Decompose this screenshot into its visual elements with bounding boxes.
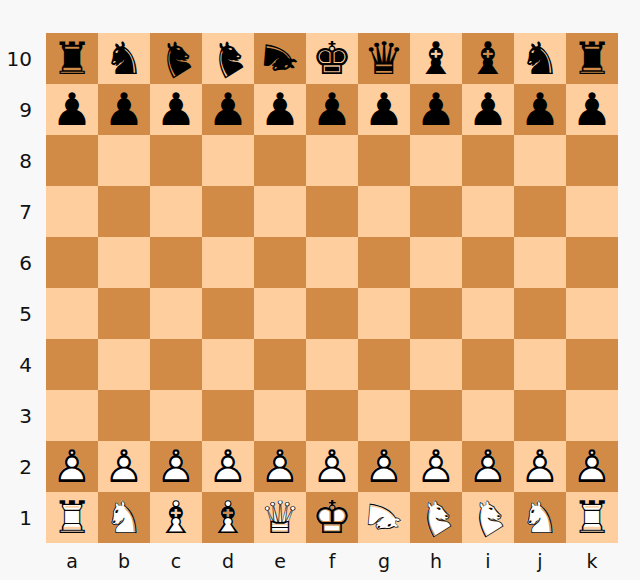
square-f1[interactable]: ♚♔	[306, 492, 358, 543]
square-b2[interactable]: ♟♙	[98, 441, 150, 492]
piece-black-pawn[interactable]: ♟	[46, 84, 98, 135]
file-label-b: b	[98, 546, 150, 576]
piece-black-pawn[interactable]: ♟	[410, 84, 462, 135]
square-e1[interactable]: ♛♕	[254, 492, 306, 543]
square-g7[interactable]	[358, 186, 410, 237]
square-i5[interactable]	[462, 288, 514, 339]
square-a6[interactable]	[46, 237, 98, 288]
square-b10[interactable]: ♞	[98, 33, 150, 84]
square-h8[interactable]	[410, 135, 462, 186]
square-c4[interactable]	[150, 339, 202, 390]
square-k10[interactable]: ♜	[566, 33, 618, 84]
square-f10[interactable]: ♚	[306, 33, 358, 84]
rank-labels: 10987654321	[0, 33, 38, 543]
square-g1[interactable]: ♞♘	[358, 492, 410, 543]
file-label-k: k	[566, 546, 618, 576]
piece-black-rook[interactable]: ♜	[46, 33, 98, 84]
piece-white-pawn[interactable]: ♟♙	[514, 441, 566, 492]
piece-white-pawn[interactable]: ♟♙	[306, 441, 358, 492]
black-pawn-icon: ♟	[150, 84, 202, 135]
white-pawn-outline-icon: ♙	[514, 441, 566, 492]
piece-white-knight[interactable]: ♞♘	[98, 492, 150, 543]
square-a2[interactable]: ♟♙	[46, 441, 98, 492]
black-pawn-icon: ♟	[514, 84, 566, 135]
square-g3[interactable]	[358, 390, 410, 441]
square-f3[interactable]	[306, 390, 358, 441]
piece-black-rook[interactable]: ♜	[566, 33, 618, 84]
piece-black-pawn[interactable]: ♟	[358, 84, 410, 135]
square-e3[interactable]	[254, 390, 306, 441]
piece-white-pawn[interactable]: ♟♙	[98, 441, 150, 492]
white-bishop-outline-icon: ♗	[202, 492, 254, 543]
piece-white-pawn[interactable]: ♟♙	[566, 441, 618, 492]
white-pawn-outline-icon: ♙	[98, 441, 150, 492]
file-label-g: g	[358, 546, 410, 576]
square-k4[interactable]	[566, 339, 618, 390]
white-pawn-outline-icon: ♙	[46, 441, 98, 492]
piece-white-knight[interactable]: ♞♘	[514, 492, 566, 543]
square-k1[interactable]: ♜♖	[566, 492, 618, 543]
square-c6[interactable]	[150, 237, 202, 288]
black-wildebeest-icon: ♞	[252, 30, 307, 86]
piece-black-knight[interactable]: ♞	[514, 33, 566, 84]
white-knight-outline-icon: ♘	[98, 492, 150, 543]
square-h4[interactable]	[410, 339, 462, 390]
piece-black-pawn[interactable]: ♟	[98, 84, 150, 135]
square-a4[interactable]	[46, 339, 98, 390]
piece-black-knight[interactable]: ♞	[98, 33, 150, 84]
square-g5[interactable]	[358, 288, 410, 339]
black-pawn-icon: ♟	[566, 84, 618, 135]
piece-black-pawn[interactable]: ♟	[462, 84, 514, 135]
square-f2[interactable]: ♟♙	[306, 441, 358, 492]
file-label-f: f	[306, 546, 358, 576]
square-e10[interactable]: ♞	[254, 33, 306, 84]
piece-white-bishop[interactable]: ♝♗	[202, 492, 254, 543]
piece-white-pawn[interactable]: ♟♙	[254, 441, 306, 492]
piece-black-pawn[interactable]: ♟	[514, 84, 566, 135]
square-d5[interactable]	[202, 288, 254, 339]
white-pawn-outline-icon: ♙	[566, 441, 618, 492]
square-j3[interactable]	[514, 390, 566, 441]
square-j8[interactable]	[514, 135, 566, 186]
black-rook-icon: ♜	[46, 33, 98, 84]
black-pawn-icon: ♟	[46, 84, 98, 135]
square-d2[interactable]: ♟♙	[202, 441, 254, 492]
square-a7[interactable]	[46, 186, 98, 237]
piece-black-pawn[interactable]: ♟	[150, 84, 202, 135]
black-queen-icon: ♛	[358, 33, 410, 84]
white-pawn-outline-icon: ♙	[462, 441, 514, 492]
file-label-a: a	[46, 546, 98, 576]
file-label-i: i	[462, 546, 514, 576]
square-f4[interactable]	[306, 339, 358, 390]
square-j6[interactable]	[514, 237, 566, 288]
piece-white-pawn[interactable]: ♟♙	[462, 441, 514, 492]
piece-white-queen[interactable]: ♛♕	[254, 492, 306, 543]
square-g9[interactable]: ♟	[358, 84, 410, 135]
square-b8[interactable]	[98, 135, 150, 186]
square-i8[interactable]	[462, 135, 514, 186]
piece-white-king[interactable]: ♚♔	[306, 492, 358, 543]
white-pawn-outline-icon: ♙	[254, 441, 306, 492]
square-k3[interactable]	[566, 390, 618, 441]
square-e8[interactable]	[254, 135, 306, 186]
rank-label-4: 4	[0, 339, 38, 390]
square-g6[interactable]	[358, 237, 410, 288]
square-k2[interactable]: ♟♙	[566, 441, 618, 492]
square-e2[interactable]: ♟♙	[254, 441, 306, 492]
black-bishop-icon: ♝	[462, 33, 514, 84]
square-a5[interactable]	[46, 288, 98, 339]
square-h1[interactable]: ♞♘	[410, 492, 462, 543]
piece-black-bishop[interactable]: ♝	[410, 33, 462, 84]
square-k6[interactable]	[566, 237, 618, 288]
square-b5[interactable]	[98, 288, 150, 339]
square-k8[interactable]	[566, 135, 618, 186]
square-i4[interactable]	[462, 339, 514, 390]
piece-black-king[interactable]: ♚	[306, 33, 358, 84]
rank-label-5: 5	[0, 288, 38, 339]
square-j4[interactable]	[514, 339, 566, 390]
piece-white-camel[interactable]: ♞♘	[452, 482, 523, 553]
square-g2[interactable]: ♟♙	[358, 441, 410, 492]
square-d7[interactable]	[202, 186, 254, 237]
square-e6[interactable]	[254, 237, 306, 288]
square-i2[interactable]: ♟♙	[462, 441, 514, 492]
square-f7[interactable]	[306, 186, 358, 237]
file-label-d: d	[202, 546, 254, 576]
black-pawn-icon: ♟	[202, 84, 254, 135]
square-e7[interactable]	[254, 186, 306, 237]
piece-white-rook[interactable]: ♜♖	[46, 492, 98, 543]
piece-white-pawn[interactable]: ♟♙	[410, 441, 462, 492]
square-a8[interactable]	[46, 135, 98, 186]
square-d6[interactable]	[202, 237, 254, 288]
piece-black-pawn[interactable]: ♟	[254, 84, 306, 135]
square-a1[interactable]: ♜♖	[46, 492, 98, 543]
black-king-icon: ♚	[306, 33, 358, 84]
rank-label-3: 3	[0, 390, 38, 441]
square-h6[interactable]	[410, 237, 462, 288]
square-c8[interactable]	[150, 135, 202, 186]
white-rook-outline-icon: ♖	[566, 492, 618, 543]
square-h9[interactable]: ♟	[410, 84, 462, 135]
square-b1[interactable]: ♞♘	[98, 492, 150, 543]
white-bishop-outline-icon: ♗	[150, 492, 202, 543]
square-c7[interactable]	[150, 186, 202, 237]
piece-white-wildebeest[interactable]: ♞♘	[356, 489, 411, 545]
square-d9[interactable]: ♟	[202, 84, 254, 135]
square-a3[interactable]	[46, 390, 98, 441]
square-h2[interactable]: ♟♙	[410, 441, 462, 492]
black-pawn-icon: ♟	[254, 84, 306, 135]
piece-black-wildebeest[interactable]: ♞	[252, 30, 307, 86]
square-i6[interactable]	[462, 237, 514, 288]
piece-white-pawn[interactable]: ♟♙	[46, 441, 98, 492]
file-label-j: j	[514, 546, 566, 576]
square-e5[interactable]	[254, 288, 306, 339]
square-d10[interactable]: ♞	[202, 33, 254, 84]
square-b4[interactable]	[98, 339, 150, 390]
file-label-e: e	[254, 546, 306, 576]
square-g8[interactable]	[358, 135, 410, 186]
square-g10[interactable]: ♛	[358, 33, 410, 84]
piece-white-pawn[interactable]: ♟♙	[202, 441, 254, 492]
file-label-c: c	[150, 546, 202, 576]
black-rook-icon: ♜	[566, 33, 618, 84]
square-b7[interactable]	[98, 186, 150, 237]
wildebeest-chess-diagram: 10987654321 ♜♞♞♞♞♚♛♝♝♞♜♟♟♟♟♟♟♟♟♟♟♟♟♙♟♙♟♙…	[0, 0, 640, 580]
square-b3[interactable]	[98, 390, 150, 441]
square-f9[interactable]: ♟	[306, 84, 358, 135]
square-c9[interactable]: ♟	[150, 84, 202, 135]
piece-black-queen[interactable]: ♛	[358, 33, 410, 84]
square-b6[interactable]	[98, 237, 150, 288]
white-pawn-outline-icon: ♙	[150, 441, 202, 492]
square-c10[interactable]: ♞	[150, 33, 202, 84]
square-f8[interactable]	[306, 135, 358, 186]
piece-white-bishop[interactable]: ♝♗	[150, 492, 202, 543]
square-d4[interactable]	[202, 339, 254, 390]
white-king-outline-icon: ♔	[306, 492, 358, 543]
square-f6[interactable]	[306, 237, 358, 288]
square-c1[interactable]: ♝♗	[150, 492, 202, 543]
square-h3[interactable]	[410, 390, 462, 441]
white-pawn-outline-icon: ♙	[410, 441, 462, 492]
square-j9[interactable]: ♟	[514, 84, 566, 135]
black-bishop-icon: ♝	[410, 33, 462, 84]
square-i9[interactable]: ♟	[462, 84, 514, 135]
white-pawn-outline-icon: ♙	[306, 441, 358, 492]
square-e4[interactable]	[254, 339, 306, 390]
piece-white-pawn[interactable]: ♟♙	[150, 441, 202, 492]
square-j7[interactable]	[514, 186, 566, 237]
square-j2[interactable]: ♟♙	[514, 441, 566, 492]
square-i10[interactable]: ♝	[462, 33, 514, 84]
square-d8[interactable]	[202, 135, 254, 186]
rank-label-8: 8	[0, 135, 38, 186]
black-pawn-icon: ♟	[98, 84, 150, 135]
square-j5[interactable]	[514, 288, 566, 339]
square-i1[interactable]: ♞♘	[462, 492, 514, 543]
file-label-h: h	[410, 546, 462, 576]
square-c5[interactable]	[150, 288, 202, 339]
square-i7[interactable]	[462, 186, 514, 237]
black-pawn-icon: ♟	[306, 84, 358, 135]
rank-label-10: 10	[0, 33, 38, 84]
rank-label-2: 2	[0, 441, 38, 492]
square-d1[interactable]: ♝♗	[202, 492, 254, 543]
square-h5[interactable]	[410, 288, 462, 339]
piece-black-pawn[interactable]: ♟	[306, 84, 358, 135]
square-f5[interactable]	[306, 288, 358, 339]
square-c3[interactable]	[150, 390, 202, 441]
square-a10[interactable]: ♜	[46, 33, 98, 84]
piece-white-pawn[interactable]: ♟♙	[358, 441, 410, 492]
piece-black-pawn[interactable]: ♟	[202, 84, 254, 135]
white-wildebeest-outline-icon: ♘	[356, 489, 411, 545]
rank-label-1: 1	[0, 492, 38, 543]
white-pawn-outline-icon: ♙	[358, 441, 410, 492]
square-h10[interactable]: ♝	[410, 33, 462, 84]
white-camel-outline-icon: ♘	[452, 482, 523, 553]
square-b9[interactable]: ♟	[98, 84, 150, 135]
white-rook-outline-icon: ♖	[46, 492, 98, 543]
file-labels: abcdefghijk	[46, 546, 618, 576]
rank-label-9: 9	[0, 84, 38, 135]
black-knight-icon: ♞	[514, 33, 566, 84]
white-queen-outline-icon: ♕	[254, 492, 306, 543]
square-h7[interactable]	[410, 186, 462, 237]
square-c2[interactable]: ♟♙	[150, 441, 202, 492]
black-pawn-icon: ♟	[358, 84, 410, 135]
rank-label-7: 7	[0, 186, 38, 237]
black-pawn-icon: ♟	[462, 84, 514, 135]
piece-black-pawn[interactable]: ♟	[566, 84, 618, 135]
square-j10[interactable]: ♞	[514, 33, 566, 84]
square-i3[interactable]	[462, 390, 514, 441]
square-k9[interactable]: ♟	[566, 84, 618, 135]
square-k5[interactable]	[566, 288, 618, 339]
square-k7[interactable]	[566, 186, 618, 237]
square-j1[interactable]: ♞♘	[514, 492, 566, 543]
white-pawn-outline-icon: ♙	[202, 441, 254, 492]
white-knight-outline-icon: ♘	[514, 492, 566, 543]
square-a9[interactable]: ♟	[46, 84, 98, 135]
square-d3[interactable]	[202, 390, 254, 441]
piece-black-bishop[interactable]: ♝	[462, 33, 514, 84]
square-g4[interactable]	[358, 339, 410, 390]
rank-label-6: 6	[0, 237, 38, 288]
square-e9[interactable]: ♟	[254, 84, 306, 135]
black-pawn-icon: ♟	[410, 84, 462, 135]
piece-white-rook[interactable]: ♜♖	[566, 492, 618, 543]
chess-board: ♜♞♞♞♞♚♛♝♝♞♜♟♟♟♟♟♟♟♟♟♟♟♟♙♟♙♟♙♟♙♟♙♟♙♟♙♟♙♟♙…	[46, 33, 618, 543]
black-knight-icon: ♞	[98, 33, 150, 84]
